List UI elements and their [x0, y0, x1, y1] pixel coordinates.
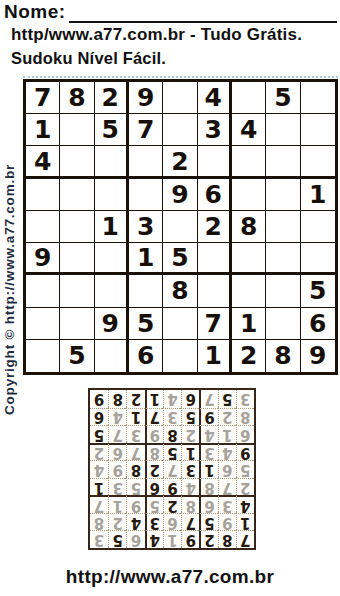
sol-cell-r2c2: 9	[218, 513, 236, 531]
sol-cell-r7c1: 6	[236, 425, 254, 443]
sol-cell-r4c1: 2	[236, 478, 254, 496]
cell-r3c8	[266, 146, 300, 178]
cell-r8c7: 1	[232, 308, 266, 340]
sol-cell-r3c5: 2	[163, 495, 181, 513]
sol-cell-r5c9: 4	[90, 460, 108, 478]
scan-artifact-line	[23, 76, 338, 78]
sol-cell-r7c3: 4	[199, 425, 217, 443]
sol-cell-r4c6: 6	[145, 478, 163, 496]
cell-r4c6: 6	[198, 179, 232, 211]
cell-r2c3: 5	[95, 114, 129, 146]
cell-r5c1	[26, 211, 60, 243]
sol-cell-r4c7: 5	[126, 478, 144, 496]
cell-r1c2: 8	[60, 82, 94, 114]
cell-r4c3	[95, 179, 129, 211]
cell-r5c9	[301, 211, 335, 243]
cell-r7c2	[60, 275, 94, 307]
cell-r4c7	[232, 179, 266, 211]
sol-cell-r8c7: 1	[126, 408, 144, 426]
page-title: Sudoku Nível Fácil.	[11, 49, 166, 68]
sol-cell-r1c6: 4	[145, 530, 163, 548]
cell-r6c2	[60, 243, 94, 275]
cell-r6c4: 1	[129, 243, 163, 275]
cell-r9c5	[163, 340, 197, 372]
sol-cell-r5c2: 6	[218, 460, 236, 478]
sol-cell-r6c6: 8	[145, 443, 163, 461]
sol-cell-r2c4: 7	[181, 513, 199, 531]
cell-r8c2	[60, 308, 94, 340]
cell-r9c2: 5	[60, 340, 94, 372]
sol-cell-r1c9: 3	[90, 530, 108, 548]
solution-grid: 7829146531957634284368259172784965315613…	[88, 388, 256, 550]
sol-cell-r6c1: 9	[236, 443, 254, 461]
cell-r3c2	[60, 146, 94, 178]
cell-r7c5: 8	[163, 275, 197, 307]
cell-r7c4	[129, 275, 163, 307]
cell-r7c7	[232, 275, 266, 307]
name-label: Nome:	[4, 1, 66, 23]
cell-r8c8	[266, 308, 300, 340]
sol-cell-r9c7: 2	[126, 390, 144, 408]
cell-r2c5	[163, 114, 197, 146]
sol-cell-r6c9: 2	[90, 443, 108, 461]
cell-r9c3	[95, 340, 129, 372]
site-line: http/www.a77.com.br - Tudo Grátis.	[11, 25, 302, 45]
cell-r3c6	[198, 146, 232, 178]
cell-r8c3: 9	[95, 308, 129, 340]
sol-cell-r5c8: 9	[108, 460, 126, 478]
sol-cell-r6c2: 4	[218, 443, 236, 461]
sol-cell-r3c4: 8	[181, 495, 199, 513]
sol-cell-r5c5: 7	[163, 460, 181, 478]
cell-r1c4: 9	[129, 82, 163, 114]
sol-cell-r8c1: 8	[236, 408, 254, 426]
cell-r3c4	[129, 146, 163, 178]
sol-cell-r2c8: 2	[108, 513, 126, 531]
sol-cell-r1c5: 1	[163, 530, 181, 548]
cell-r9c1	[26, 340, 60, 372]
copyright-vertical-text: Copyright © http://www.a77.com.br	[2, 138, 19, 415]
sol-cell-r9c3: 7	[199, 390, 217, 408]
sol-cell-r6c4: 1	[181, 443, 199, 461]
sol-cell-r4c3: 8	[199, 478, 217, 496]
sol-cell-r2c3: 5	[199, 513, 217, 531]
cell-r9c8: 8	[266, 340, 300, 372]
sol-cell-r5c4: 3	[181, 460, 199, 478]
cell-r2c8	[266, 114, 300, 146]
sol-cell-r7c6: 9	[145, 425, 163, 443]
sol-cell-r8c6: 7	[145, 408, 163, 426]
cell-r7c6	[198, 275, 232, 307]
cell-r7c9: 5	[301, 275, 335, 307]
cell-r5c7: 8	[232, 211, 266, 243]
cell-r1c8: 5	[266, 82, 300, 114]
sol-cell-r3c2: 3	[218, 495, 236, 513]
cell-r7c3	[95, 275, 129, 307]
sol-cell-r7c7: 3	[126, 425, 144, 443]
cell-r8c9: 6	[301, 308, 335, 340]
sol-cell-r3c1: 4	[236, 495, 254, 513]
sol-cell-r9c9: 9	[90, 390, 108, 408]
sol-cell-r5c3: 1	[199, 460, 217, 478]
sol-cell-r4c2: 7	[218, 478, 236, 496]
sol-cell-r2c5: 6	[163, 513, 181, 531]
sol-cell-r1c2: 8	[218, 530, 236, 548]
sol-cell-r3c6: 5	[145, 495, 163, 513]
cell-r6c7	[232, 243, 266, 275]
sudoku-sheet: Nome: http/www.a77.com.br - Tudo Grátis.…	[0, 0, 340, 596]
sol-cell-r9c2: 5	[218, 390, 236, 408]
sol-cell-r9c4: 6	[181, 390, 199, 408]
sol-cell-r7c4: 2	[181, 425, 199, 443]
cell-r1c6: 4	[198, 82, 232, 114]
cell-r5c3: 1	[95, 211, 129, 243]
sol-cell-r3c9: 7	[90, 495, 108, 513]
cell-r5c8	[266, 211, 300, 243]
cell-r7c8	[266, 275, 300, 307]
cell-r1c3: 2	[95, 82, 129, 114]
cell-r9c6: 1	[198, 340, 232, 372]
cell-r6c6	[198, 243, 232, 275]
cell-r6c5: 5	[163, 243, 197, 275]
cell-r9c9: 9	[301, 340, 335, 372]
sol-cell-r9c8: 8	[108, 390, 126, 408]
cell-r4c4	[129, 179, 163, 211]
sol-cell-r1c1: 7	[236, 530, 254, 548]
cell-r6c8	[266, 243, 300, 275]
sol-cell-r4c5: 9	[163, 478, 181, 496]
cell-r5c4: 3	[129, 211, 163, 243]
sol-cell-r7c2: 1	[218, 425, 236, 443]
sol-cell-r7c8: 7	[108, 425, 126, 443]
sol-cell-r2c1: 1	[236, 513, 254, 531]
cell-r4c8	[266, 179, 300, 211]
sol-cell-r1c8: 5	[108, 530, 126, 548]
cell-r2c6: 3	[198, 114, 232, 146]
cell-r3c3	[95, 146, 129, 178]
sol-cell-r9c1: 3	[236, 390, 254, 408]
sol-cell-r1c4: 9	[181, 530, 199, 548]
sol-cell-r4c8: 3	[108, 478, 126, 496]
cell-r2c4: 7	[129, 114, 163, 146]
sol-cell-r4c9: 1	[90, 478, 108, 496]
name-blank-line	[69, 0, 337, 23]
cell-r9c4: 6	[129, 340, 163, 372]
cell-r8c5	[163, 308, 197, 340]
sol-cell-r3c3: 6	[199, 495, 217, 513]
cell-r2c9	[301, 114, 335, 146]
cell-r5c6: 2	[198, 211, 232, 243]
cell-r4c1	[26, 179, 60, 211]
sol-cell-r3c8: 1	[108, 495, 126, 513]
cell-r3c9	[301, 146, 335, 178]
sol-cell-r6c7: 7	[126, 443, 144, 461]
puzzle-grid: 782945157344296113289158595716561289	[23, 79, 338, 375]
cell-r8c1	[26, 308, 60, 340]
sol-cell-r8c8: 4	[108, 408, 126, 426]
sol-cell-r1c3: 2	[199, 530, 217, 548]
cell-r2c7: 4	[232, 114, 266, 146]
sol-cell-r6c8: 6	[108, 443, 126, 461]
sol-cell-r7c9: 5	[90, 425, 108, 443]
sol-cell-r2c9: 8	[90, 513, 108, 531]
cell-r7c1	[26, 275, 60, 307]
sol-cell-r8c9: 6	[90, 408, 108, 426]
cell-r3c7	[232, 146, 266, 178]
cell-r3c5: 2	[163, 146, 197, 178]
cell-r1c7	[232, 82, 266, 114]
cell-r3c1: 4	[26, 146, 60, 178]
cell-r6c1: 9	[26, 243, 60, 275]
cell-r8c4: 5	[129, 308, 163, 340]
cell-r9c7: 2	[232, 340, 266, 372]
sol-cell-r6c3: 3	[199, 443, 217, 461]
sol-cell-r2c7: 4	[126, 513, 144, 531]
sol-cell-r9c5: 4	[163, 390, 181, 408]
sol-cell-r1c7: 6	[126, 530, 144, 548]
cell-r2c1: 1	[26, 114, 60, 146]
cell-r4c2	[60, 179, 94, 211]
cell-r4c5: 9	[163, 179, 197, 211]
sol-cell-r8c5: 3	[163, 408, 181, 426]
sol-cell-r3c7: 9	[126, 495, 144, 513]
cell-r2c2	[60, 114, 94, 146]
cell-r5c2	[60, 211, 94, 243]
sol-cell-r8c4: 5	[181, 408, 199, 426]
sol-cell-r5c1: 5	[236, 460, 254, 478]
footer-url: http://www.a77.com.br	[0, 566, 340, 588]
sol-cell-r4c4: 4	[181, 478, 199, 496]
sol-cell-r8c3: 9	[199, 408, 217, 426]
sol-cell-r6c5: 5	[163, 443, 181, 461]
sol-cell-r5c7: 8	[126, 460, 144, 478]
sol-cell-r8c2: 2	[218, 408, 236, 426]
cell-r1c9	[301, 82, 335, 114]
sol-cell-r5c6: 2	[145, 460, 163, 478]
cell-r6c9	[301, 243, 335, 275]
sol-cell-r7c5: 8	[163, 425, 181, 443]
cell-r8c6: 7	[198, 308, 232, 340]
cell-r1c5	[163, 82, 197, 114]
sol-cell-r9c6: 1	[145, 390, 163, 408]
cell-r6c3	[95, 243, 129, 275]
cell-r1c1: 7	[26, 82, 60, 114]
sol-cell-r2c6: 3	[145, 513, 163, 531]
cell-r5c5	[163, 211, 197, 243]
cell-r4c9: 1	[301, 179, 335, 211]
